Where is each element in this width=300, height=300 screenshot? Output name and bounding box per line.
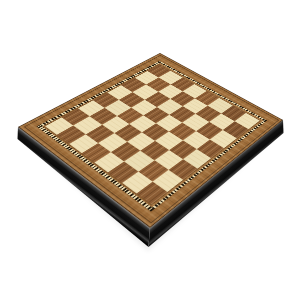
chessboard-photo bbox=[0, 0, 300, 300]
